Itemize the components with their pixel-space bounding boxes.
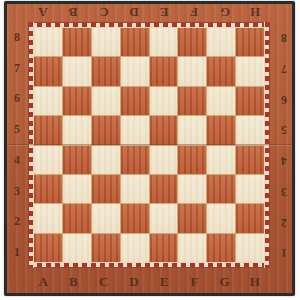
square-c6 [92, 87, 120, 115]
square-f5 [178, 116, 206, 144]
square-f8 [178, 28, 206, 56]
screenshot: { "game": "chess", "board_description": … [0, 0, 300, 300]
square-b7 [63, 57, 91, 85]
square-e6 [150, 87, 178, 115]
coordinate-label: D [119, 274, 149, 289]
square-h4 [236, 146, 264, 174]
square-b4 [63, 146, 91, 174]
square-a7 [34, 57, 62, 85]
square-c2 [92, 204, 120, 232]
decorative-dashed-border [28, 22, 270, 268]
square-d5 [121, 116, 149, 144]
square-h1 [236, 234, 264, 262]
square-c4 [92, 146, 120, 174]
coordinate-label: F [179, 5, 209, 20]
square-e8 [150, 28, 178, 56]
square-a6 [34, 87, 62, 115]
coordinate-label: G [210, 274, 240, 289]
coordinate-label: 3 [277, 176, 291, 207]
coordinate-label: 6 [277, 84, 291, 115]
chessboard-grid [34, 28, 264, 262]
square-c8 [92, 28, 120, 56]
file-labels-bottom: ABCDEFGH [28, 274, 270, 289]
coordinate-label: 2 [10, 207, 24, 238]
rank-labels-right: 87654321 [277, 22, 291, 268]
square-h6 [236, 87, 264, 115]
square-d4 [121, 146, 149, 174]
square-h2 [236, 204, 264, 232]
coordinate-label: 8 [10, 22, 24, 53]
coordinate-label: C [89, 274, 119, 289]
square-a8 [34, 28, 62, 56]
coordinate-label: 6 [10, 84, 24, 115]
square-e3 [150, 175, 178, 203]
square-c5 [92, 116, 120, 144]
square-b1 [63, 234, 91, 262]
square-h7 [236, 57, 264, 85]
square-e1 [150, 234, 178, 262]
coordinate-label: E [149, 274, 179, 289]
square-c3 [92, 175, 120, 203]
square-f3 [178, 175, 206, 203]
square-b3 [63, 175, 91, 203]
square-g7 [207, 57, 235, 85]
coordinate-label: 7 [277, 53, 291, 84]
square-b8 [63, 28, 91, 56]
coordinate-label: 2 [277, 207, 291, 238]
square-h5 [236, 116, 264, 144]
square-c1 [92, 234, 120, 262]
square-f1 [178, 234, 206, 262]
coordinate-label: A [28, 5, 58, 20]
square-h3 [236, 175, 264, 203]
coordinate-label: F [179, 274, 209, 289]
square-a1 [34, 234, 62, 262]
chessboard-photo: ABCDEFGH ABCDEFGH 87654321 87654321 [4, 1, 295, 296]
coordinate-label: 7 [10, 53, 24, 84]
square-d7 [121, 57, 149, 85]
square-e5 [150, 116, 178, 144]
coordinate-label: 5 [277, 114, 291, 145]
square-f2 [178, 204, 206, 232]
square-g4 [207, 146, 235, 174]
square-c7 [92, 57, 120, 85]
square-f7 [178, 57, 206, 85]
square-a2 [34, 204, 62, 232]
file-labels-top: ABCDEFGH [28, 5, 270, 20]
square-g2 [207, 204, 235, 232]
coordinate-label: 4 [277, 145, 291, 176]
square-d2 [121, 204, 149, 232]
square-f4 [178, 146, 206, 174]
coordinate-label: G [210, 5, 240, 20]
square-a3 [34, 175, 62, 203]
coordinate-label: 4 [10, 145, 24, 176]
coordinate-label: D [119, 5, 149, 20]
coordinate-label: 1 [277, 237, 291, 268]
square-a5 [34, 116, 62, 144]
square-e2 [150, 204, 178, 232]
square-d3 [121, 175, 149, 203]
coordinate-label: A [28, 274, 58, 289]
coordinate-label: 8 [277, 22, 291, 53]
square-f6 [178, 87, 206, 115]
coordinate-label: B [58, 5, 88, 20]
square-d1 [121, 234, 149, 262]
square-g3 [207, 175, 235, 203]
square-g8 [207, 28, 235, 56]
square-a4 [34, 146, 62, 174]
coordinate-label: B [58, 274, 88, 289]
coordinate-label: H [240, 5, 270, 20]
rank-labels-left: 87654321 [10, 22, 24, 268]
coordinate-label: 5 [10, 114, 24, 145]
wood-margin: ABCDEFGH ABCDEFGH 87654321 87654321 [7, 4, 292, 293]
square-b2 [63, 204, 91, 232]
square-g5 [207, 116, 235, 144]
dashed-border-right [264, 22, 270, 268]
dashed-border-bottom [28, 262, 270, 268]
square-e4 [150, 146, 178, 174]
square-b5 [63, 116, 91, 144]
coordinate-label: 3 [10, 176, 24, 207]
square-g1 [207, 234, 235, 262]
square-g6 [207, 87, 235, 115]
square-d8 [121, 28, 149, 56]
square-b6 [63, 87, 91, 115]
coordinate-label: H [240, 274, 270, 289]
coordinate-label: E [149, 5, 179, 20]
square-e7 [150, 57, 178, 85]
coordinate-label: 1 [10, 237, 24, 268]
square-d6 [121, 87, 149, 115]
square-h8 [236, 28, 264, 56]
coordinate-label: C [89, 5, 119, 20]
